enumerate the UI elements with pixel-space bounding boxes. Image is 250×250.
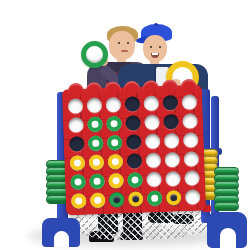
green-disc[interactable] bbox=[106, 115, 122, 131]
cell-r5c1[interactable] bbox=[69, 172, 88, 192]
cell-r2c3[interactable] bbox=[104, 113, 124, 133]
hole bbox=[183, 151, 199, 167]
scallop-bump bbox=[180, 79, 196, 92]
hole bbox=[127, 153, 143, 169]
hole bbox=[90, 192, 106, 208]
cell-r5c5[interactable] bbox=[144, 169, 164, 189]
scallop-bump bbox=[124, 81, 140, 94]
hole bbox=[70, 155, 86, 171]
yellow-disc[interactable] bbox=[108, 172, 124, 188]
hole bbox=[88, 116, 104, 132]
hole bbox=[146, 171, 162, 187]
cell-r4c4[interactable] bbox=[125, 151, 145, 171]
player-right-eye bbox=[159, 46, 161, 48]
green-disc[interactable] bbox=[107, 134, 123, 150]
hole bbox=[127, 172, 143, 188]
hole bbox=[125, 96, 141, 112]
cell-r2c7[interactable] bbox=[180, 111, 200, 131]
board-grid bbox=[66, 92, 202, 211]
cell-r5c4[interactable] bbox=[125, 170, 145, 190]
cell-r5c7[interactable] bbox=[182, 168, 202, 188]
hole bbox=[71, 174, 87, 190]
hole bbox=[164, 132, 180, 148]
player-right-teeth bbox=[152, 53, 158, 55]
hole bbox=[143, 95, 159, 111]
yellow-disc[interactable] bbox=[71, 193, 87, 209]
cell-r3c3[interactable] bbox=[105, 132, 125, 152]
hole bbox=[90, 173, 106, 189]
hole bbox=[163, 113, 179, 129]
hole bbox=[106, 115, 122, 131]
green-disc[interactable] bbox=[88, 116, 104, 132]
cell-r5c6[interactable] bbox=[163, 168, 183, 188]
green-disc[interactable] bbox=[90, 173, 106, 189]
cell-r3c7[interactable] bbox=[180, 130, 200, 150]
hole bbox=[181, 94, 197, 110]
scallop-bump bbox=[67, 83, 83, 96]
hole bbox=[182, 113, 198, 129]
cell-r3c1[interactable] bbox=[67, 134, 86, 154]
hole bbox=[128, 191, 144, 207]
hole bbox=[184, 170, 200, 186]
cell-r3c2[interactable] bbox=[86, 133, 106, 153]
green-disc[interactable] bbox=[147, 190, 163, 206]
green-disc[interactable] bbox=[109, 191, 125, 207]
cell-r6c3[interactable] bbox=[107, 189, 127, 209]
left-leg-arch-cutout bbox=[54, 231, 69, 247]
hole bbox=[126, 134, 142, 150]
hole bbox=[166, 189, 182, 205]
yellow-disc[interactable] bbox=[128, 191, 144, 207]
cell-r1c1[interactable] bbox=[66, 96, 85, 116]
cell-r3c6[interactable] bbox=[162, 130, 182, 150]
player-right-cap-button bbox=[154, 23, 158, 26]
cell-r6c1[interactable] bbox=[69, 191, 88, 211]
cell-r2c5[interactable] bbox=[142, 112, 162, 132]
hole bbox=[147, 190, 163, 206]
green-disc[interactable] bbox=[71, 174, 87, 190]
hole bbox=[89, 154, 105, 170]
yellow-disc[interactable] bbox=[108, 153, 124, 169]
cell-r4c7[interactable] bbox=[181, 149, 201, 169]
cell-r6c5[interactable] bbox=[145, 188, 165, 208]
green-disc[interactable] bbox=[88, 135, 104, 151]
hole bbox=[108, 172, 124, 188]
cell-r4c6[interactable] bbox=[162, 149, 182, 169]
hole bbox=[145, 152, 161, 168]
cell-r1c5[interactable] bbox=[141, 93, 161, 113]
hole bbox=[145, 133, 161, 149]
cell-r4c1[interactable] bbox=[68, 153, 87, 173]
held-green-disc[interactable] bbox=[81, 41, 108, 68]
cell-r1c2[interactable] bbox=[85, 95, 105, 115]
disc-stack-right-green[interactable] bbox=[214, 167, 239, 215]
cell-r6c2[interactable] bbox=[88, 190, 108, 210]
hole bbox=[164, 151, 180, 167]
player-right-eye bbox=[150, 46, 152, 48]
scallop-bump bbox=[142, 80, 158, 93]
cell-r1c4[interactable] bbox=[123, 94, 143, 114]
cell-r2c1[interactable] bbox=[67, 115, 86, 135]
hole bbox=[182, 132, 198, 148]
cell-r1c6[interactable] bbox=[160, 92, 180, 112]
cell-r6c7[interactable] bbox=[182, 187, 202, 207]
cell-r2c2[interactable] bbox=[86, 114, 106, 134]
right-leg-foot bbox=[207, 212, 247, 248]
cell-r5c3[interactable] bbox=[106, 170, 126, 190]
green-spare-disc[interactable] bbox=[214, 202, 239, 211]
cell-r5c2[interactable] bbox=[88, 171, 108, 191]
hole bbox=[144, 114, 160, 130]
connect-four-board bbox=[62, 85, 206, 216]
cell-r2c6[interactable] bbox=[161, 111, 181, 131]
hole bbox=[107, 134, 123, 150]
cell-r4c5[interactable] bbox=[143, 150, 163, 170]
cell-r4c2[interactable] bbox=[87, 152, 107, 172]
yellow-disc[interactable] bbox=[70, 155, 86, 171]
hole bbox=[109, 191, 125, 207]
hole bbox=[106, 96, 122, 112]
hole bbox=[69, 136, 85, 152]
scallop-bump bbox=[161, 79, 177, 92]
hole bbox=[162, 94, 178, 110]
hole bbox=[184, 189, 200, 205]
cell-r1c3[interactable] bbox=[104, 94, 124, 114]
cell-r6c4[interactable] bbox=[126, 189, 146, 209]
right-leg-arch-cutout bbox=[220, 228, 236, 248]
hole bbox=[71, 193, 87, 209]
yellow-disc[interactable] bbox=[89, 154, 105, 170]
left-leg-foot bbox=[42, 218, 80, 247]
hole bbox=[88, 135, 104, 151]
hole bbox=[69, 117, 85, 133]
hole bbox=[87, 97, 103, 113]
yellow-disc[interactable] bbox=[90, 192, 106, 208]
cell-r6c6[interactable] bbox=[164, 187, 184, 207]
cell-r3c5[interactable] bbox=[143, 131, 163, 151]
product-photo-stage bbox=[0, 0, 250, 250]
hole bbox=[108, 153, 124, 169]
yellow-disc[interactable] bbox=[166, 189, 182, 205]
hole bbox=[125, 115, 141, 131]
cell-r4c3[interactable] bbox=[106, 151, 126, 171]
hole bbox=[165, 170, 181, 186]
cell-r1c7[interactable] bbox=[179, 92, 199, 112]
cell-r2c4[interactable] bbox=[123, 113, 143, 133]
hole bbox=[68, 98, 84, 114]
scallop-bump bbox=[105, 81, 121, 94]
cell-r3c4[interactable] bbox=[124, 132, 144, 152]
green-disc[interactable] bbox=[127, 172, 143, 188]
